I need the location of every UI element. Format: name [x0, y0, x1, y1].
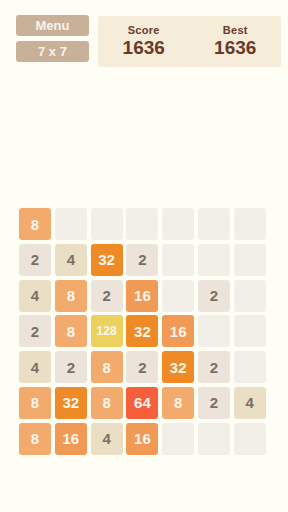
empty-cell-r1c7	[234, 208, 266, 240]
empty-cell-r4c6	[198, 315, 230, 347]
empty-cell-r3c7	[234, 280, 266, 312]
score-box: Score 1636	[123, 24, 165, 58]
tile-8-r3c2: 8	[55, 280, 87, 312]
tile-16-r7c4: 16	[126, 423, 158, 455]
tile-4-r3c1: 4	[19, 280, 51, 312]
empty-cell-r2c5	[162, 244, 194, 276]
empty-cell-r7c6	[198, 423, 230, 455]
empty-cell-r2c7	[234, 244, 266, 276]
tile-16-r3c4: 16	[126, 280, 158, 312]
tile-8-r7c1: 8	[19, 423, 51, 455]
best-box: Best 1636	[214, 24, 256, 58]
empty-cell-r3c5	[162, 280, 194, 312]
empty-cell-r7c7	[234, 423, 266, 455]
tile-2-r2c4: 2	[126, 244, 158, 276]
tile-8-r1c1: 8	[19, 208, 51, 240]
tile-32-r5c5: 32	[162, 351, 194, 383]
score-panel: Score 1636 Best 1636	[98, 16, 281, 67]
tile-2-r5c2: 2	[55, 351, 87, 383]
best-label: Best	[223, 24, 248, 37]
tile-8-r6c5: 8	[162, 387, 194, 419]
empty-cell-r1c2	[55, 208, 87, 240]
board-grid[interactable]: 8243224821622812832164282322832864824816…	[19, 208, 266, 455]
empty-cell-r7c5	[162, 423, 194, 455]
tile-2-r6c6: 2	[198, 387, 230, 419]
tile-2-r5c6: 2	[198, 351, 230, 383]
tile-16-r7c2: 16	[55, 423, 87, 455]
score-label: Score	[128, 24, 160, 37]
tile-4-r6c7: 4	[234, 387, 266, 419]
tile-16-r4c5: 16	[162, 315, 194, 347]
tile-32-r6c2: 32	[55, 387, 87, 419]
tile-64-r6c4: 64	[126, 387, 158, 419]
empty-cell-r1c6	[198, 208, 230, 240]
tile-8-r6c1: 8	[19, 387, 51, 419]
empty-cell-r1c4	[126, 208, 158, 240]
app-root: Menu 7 x 7 Score 1636 Best 1636 82432248…	[0, 0, 288, 512]
tile-8-r5c3: 8	[91, 351, 123, 383]
tile-128-r4c3: 128	[91, 315, 123, 347]
tile-4-r7c3: 4	[91, 423, 123, 455]
tile-2-r3c3: 2	[91, 280, 123, 312]
score-value: 1636	[123, 37, 165, 59]
tile-2-r3c6: 2	[198, 280, 230, 312]
tile-2-r2c1: 2	[19, 244, 51, 276]
tile-4-r5c1: 4	[19, 351, 51, 383]
tile-8-r6c3: 8	[91, 387, 123, 419]
menu-button[interactable]: Menu	[16, 15, 89, 36]
tile-2-r5c4: 2	[126, 351, 158, 383]
tile-2-r4c1: 2	[19, 315, 51, 347]
empty-cell-r5c7	[234, 351, 266, 383]
empty-cell-r4c7	[234, 315, 266, 347]
tile-8-r4c2: 8	[55, 315, 87, 347]
empty-cell-r1c5	[162, 208, 194, 240]
tile-32-r2c3: 32	[91, 244, 123, 276]
best-value: 1636	[214, 37, 256, 59]
tile-4-r2c2: 4	[55, 244, 87, 276]
tile-32-r4c4: 32	[126, 315, 158, 347]
empty-cell-r2c6	[198, 244, 230, 276]
empty-cell-r1c3	[91, 208, 123, 240]
board-size-button[interactable]: 7 x 7	[16, 41, 89, 62]
